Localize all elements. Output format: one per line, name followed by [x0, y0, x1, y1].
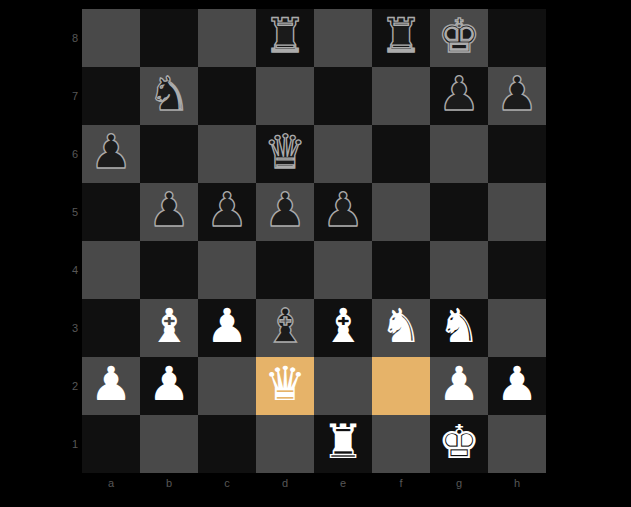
file-label-a: a — [82, 478, 140, 489]
square-d8[interactable]: ♜ — [256, 9, 314, 67]
square-a4[interactable] — [82, 241, 140, 299]
square-f3[interactable]: ♞ — [372, 299, 430, 357]
square-g3[interactable]: ♞ — [430, 299, 488, 357]
square-f4[interactable] — [372, 241, 430, 299]
square-h8[interactable] — [488, 9, 546, 67]
square-f5[interactable] — [372, 183, 430, 241]
square-c7[interactable] — [198, 67, 256, 125]
piece-white-knight[interactable]: ♞ — [438, 297, 480, 355]
square-f2[interactable] — [372, 357, 430, 415]
app-background: ♜♜♚♞♟♟♟♛♟♟♟♟♝♟♝♝♞♞♟♟♛♟♟♜♚ 87654321abcdef… — [0, 0, 631, 507]
square-a2[interactable]: ♟ — [82, 357, 140, 415]
square-g4[interactable] — [430, 241, 488, 299]
piece-white-bishop[interactable]: ♝ — [322, 297, 364, 355]
piece-black-queen[interactable]: ♛ — [264, 123, 306, 181]
square-e1[interactable]: ♜ — [314, 415, 372, 473]
square-c6[interactable] — [198, 125, 256, 183]
square-b2[interactable]: ♟ — [140, 357, 198, 415]
square-e8[interactable] — [314, 9, 372, 67]
chess-board: ♜♜♚♞♟♟♟♛♟♟♟♟♝♟♝♝♞♞♟♟♛♟♟♜♚ — [82, 9, 546, 473]
piece-white-queen[interactable]: ♛ — [264, 355, 306, 413]
square-e7[interactable] — [314, 67, 372, 125]
square-d6[interactable]: ♛ — [256, 125, 314, 183]
square-h3[interactable] — [488, 299, 546, 357]
square-c3[interactable]: ♟ — [198, 299, 256, 357]
square-a8[interactable] — [82, 9, 140, 67]
square-b4[interactable] — [140, 241, 198, 299]
square-e6[interactable] — [314, 125, 372, 183]
piece-black-knight[interactable]: ♞ — [148, 65, 190, 123]
rank-label-7: 7 — [64, 91, 78, 102]
piece-black-pawn[interactable]: ♟ — [264, 181, 306, 239]
square-b7[interactable]: ♞ — [140, 67, 198, 125]
piece-black-rook[interactable]: ♜ — [264, 7, 306, 65]
square-b8[interactable] — [140, 9, 198, 67]
square-b5[interactable]: ♟ — [140, 183, 198, 241]
piece-white-pawn[interactable]: ♟ — [90, 355, 132, 413]
file-label-g: g — [430, 478, 488, 489]
square-b6[interactable] — [140, 125, 198, 183]
square-h4[interactable] — [488, 241, 546, 299]
piece-black-pawn[interactable]: ♟ — [496, 65, 538, 123]
piece-white-knight[interactable]: ♞ — [380, 297, 422, 355]
square-h5[interactable] — [488, 183, 546, 241]
square-e4[interactable] — [314, 241, 372, 299]
piece-black-pawn[interactable]: ♟ — [322, 181, 364, 239]
piece-black-pawn[interactable]: ♟ — [438, 65, 480, 123]
square-g5[interactable] — [430, 183, 488, 241]
rank-label-8: 8 — [64, 33, 78, 44]
file-label-e: e — [314, 478, 372, 489]
square-d1[interactable] — [256, 415, 314, 473]
square-a6[interactable]: ♟ — [82, 125, 140, 183]
rank-label-2: 2 — [64, 381, 78, 392]
rank-label-3: 3 — [64, 323, 78, 334]
square-b1[interactable] — [140, 415, 198, 473]
piece-black-pawn[interactable]: ♟ — [206, 181, 248, 239]
rank-label-5: 5 — [64, 207, 78, 218]
square-h2[interactable]: ♟ — [488, 357, 546, 415]
square-g1[interactable]: ♚ — [430, 415, 488, 473]
file-label-f: f — [372, 478, 430, 489]
square-g7[interactable]: ♟ — [430, 67, 488, 125]
square-c5[interactable]: ♟ — [198, 183, 256, 241]
square-b3[interactable]: ♝ — [140, 299, 198, 357]
square-f7[interactable] — [372, 67, 430, 125]
piece-black-king[interactable]: ♚ — [438, 7, 480, 65]
piece-black-pawn[interactable]: ♟ — [90, 123, 132, 181]
square-d5[interactable]: ♟ — [256, 183, 314, 241]
piece-black-pawn[interactable]: ♟ — [148, 181, 190, 239]
square-a1[interactable] — [82, 415, 140, 473]
square-c2[interactable] — [198, 357, 256, 415]
piece-black-bishop[interactable]: ♝ — [264, 297, 306, 355]
square-g6[interactable] — [430, 125, 488, 183]
square-d7[interactable] — [256, 67, 314, 125]
piece-white-bishop[interactable]: ♝ — [148, 297, 190, 355]
square-a7[interactable] — [82, 67, 140, 125]
file-label-h: h — [488, 478, 546, 489]
file-label-b: b — [140, 478, 198, 489]
piece-black-rook[interactable]: ♜ — [380, 7, 422, 65]
file-label-d: d — [256, 478, 314, 489]
square-e2[interactable] — [314, 357, 372, 415]
rank-label-6: 6 — [64, 149, 78, 160]
rank-label-4: 4 — [64, 265, 78, 276]
square-d3[interactable]: ♝ — [256, 299, 314, 357]
rank-label-1: 1 — [64, 439, 78, 450]
square-c1[interactable] — [198, 415, 256, 473]
square-f8[interactable]: ♜ — [372, 9, 430, 67]
square-e5[interactable]: ♟ — [314, 183, 372, 241]
file-label-c: c — [198, 478, 256, 489]
square-c8[interactable] — [198, 9, 256, 67]
piece-white-king[interactable]: ♚ — [438, 413, 480, 471]
square-h1[interactable] — [488, 415, 546, 473]
square-e3[interactable]: ♝ — [314, 299, 372, 357]
square-g8[interactable]: ♚ — [430, 9, 488, 67]
piece-white-pawn[interactable]: ♟ — [496, 355, 538, 413]
square-h7[interactable]: ♟ — [488, 67, 546, 125]
square-f6[interactable] — [372, 125, 430, 183]
square-g2[interactable]: ♟ — [430, 357, 488, 415]
square-c4[interactable] — [198, 241, 256, 299]
piece-white-rook[interactable]: ♜ — [322, 413, 364, 471]
square-d2[interactable]: ♛ — [256, 357, 314, 415]
piece-white-pawn[interactable]: ♟ — [438, 355, 480, 413]
piece-white-pawn[interactable]: ♟ — [206, 297, 248, 355]
square-f1[interactable] — [372, 415, 430, 473]
square-a3[interactable] — [82, 299, 140, 357]
square-h6[interactable] — [488, 125, 546, 183]
piece-white-pawn[interactable]: ♟ — [148, 355, 190, 413]
square-d4[interactable] — [256, 241, 314, 299]
square-a5[interactable] — [82, 183, 140, 241]
